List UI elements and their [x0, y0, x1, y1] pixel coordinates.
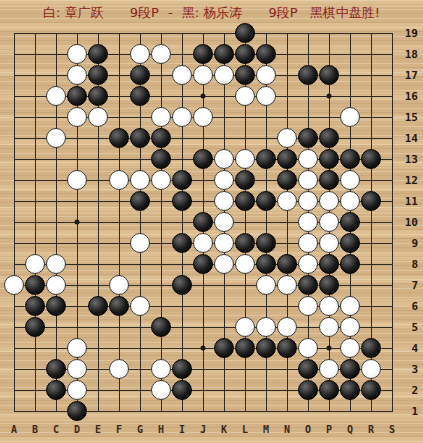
- row-label-18: 18: [394, 48, 418, 61]
- black-stone-R4: [361, 338, 381, 358]
- row-label-16: 16: [394, 90, 418, 103]
- black-stone-H13: [151, 149, 171, 169]
- row-label-15: 15: [394, 111, 418, 124]
- black-stone-G11: [130, 191, 150, 211]
- white-stone-H3: [151, 359, 171, 379]
- white-stone-P10: [319, 212, 339, 232]
- row-label-12: 12: [394, 174, 418, 187]
- star-point-P16: [327, 94, 332, 99]
- black-stone-O2: [298, 380, 318, 400]
- white-stone-Q15: [340, 107, 360, 127]
- white-stone-O12: [298, 170, 318, 190]
- black-stone-K18: [214, 44, 234, 64]
- black-stone-I2: [172, 380, 192, 400]
- white-stone-O9: [298, 233, 318, 253]
- white-stone-D17: [67, 65, 87, 85]
- white-stone-Q5: [340, 317, 360, 337]
- white-stone-Q12: [340, 170, 360, 190]
- row-label-3: 3: [394, 363, 418, 376]
- column-label-J: J: [200, 424, 206, 435]
- black-stone-L11: [235, 191, 255, 211]
- black-stone-I7: [172, 275, 192, 295]
- game-info-header: 白: 章广跃 9段P - 黑: 杨乐涛 9段P 黑棋中盘胜!: [0, 5, 423, 21]
- black-stone-M13: [256, 149, 276, 169]
- white-stone-P9: [319, 233, 339, 253]
- black-stone-E18: [88, 44, 108, 64]
- white-stone-O10: [298, 212, 318, 232]
- white-stone-C16: [46, 86, 66, 106]
- column-label-R: R: [368, 424, 374, 435]
- column-label-E: E: [95, 424, 101, 435]
- column-label-P: P: [326, 424, 332, 435]
- white-stone-M7: [256, 275, 276, 295]
- white-stone-F7: [109, 275, 129, 295]
- black-stone-L9: [235, 233, 255, 253]
- white-stone-I17: [172, 65, 192, 85]
- black-stone-M11: [256, 191, 276, 211]
- black-stone-I3: [172, 359, 192, 379]
- white-stone-O4: [298, 338, 318, 358]
- column-label-F: F: [116, 424, 122, 435]
- black-stone-R13: [361, 149, 381, 169]
- white-stone-K11: [214, 191, 234, 211]
- white-stone-P11: [319, 191, 339, 211]
- black-stone-O3: [298, 359, 318, 379]
- black-stone-O7: [298, 275, 318, 295]
- white-stone-C8: [46, 254, 66, 274]
- black-stone-E17: [88, 65, 108, 85]
- column-label-M: M: [263, 424, 269, 435]
- white-stone-C7: [46, 275, 66, 295]
- white-stone-Q11: [340, 191, 360, 211]
- row-label-6: 6: [394, 300, 418, 313]
- black-stone-Q10: [340, 212, 360, 232]
- black-stone-I11: [172, 191, 192, 211]
- white-stone-G18: [130, 44, 150, 64]
- row-label-1: 1: [394, 405, 418, 418]
- star-point-J16: [201, 94, 206, 99]
- white-stone-K17: [214, 65, 234, 85]
- column-label-H: H: [158, 424, 164, 435]
- column-label-S: S: [389, 424, 395, 435]
- column-label-C: C: [53, 424, 59, 435]
- row-label-5: 5: [394, 321, 418, 334]
- white-stone-N14: [277, 128, 297, 148]
- black-stone-J10: [193, 212, 213, 232]
- column-label-I: I: [179, 424, 185, 435]
- row-label-13: 13: [394, 153, 418, 166]
- black-stone-L4: [235, 338, 255, 358]
- black-stone-P12: [319, 170, 339, 190]
- black-stone-B5: [25, 317, 45, 337]
- players-separator: -: [168, 5, 173, 21]
- black-stone-O14: [298, 128, 318, 148]
- white-stone-P5: [319, 317, 339, 337]
- white-stone-D15: [67, 107, 87, 127]
- white-stone-H2: [151, 380, 171, 400]
- star-point-P4: [327, 346, 332, 351]
- black-stone-H14: [151, 128, 171, 148]
- white-stone-F12: [109, 170, 129, 190]
- black-stone-Q8: [340, 254, 360, 274]
- black-stone-H5: [151, 317, 171, 337]
- white-stone-J17: [193, 65, 213, 85]
- white-stone-K10: [214, 212, 234, 232]
- black-stone-P2: [319, 380, 339, 400]
- black-stone-R2: [361, 380, 381, 400]
- black-stone-F6: [109, 296, 129, 316]
- row-label-10: 10: [394, 216, 418, 229]
- row-label-4: 4: [394, 342, 418, 355]
- white-player-label: 白: 章广跃: [43, 5, 104, 21]
- black-stone-M4: [256, 338, 276, 358]
- white-stone-D18: [67, 44, 87, 64]
- black-stone-J13: [193, 149, 213, 169]
- black-stone-L18: [235, 44, 255, 64]
- white-stone-G12: [130, 170, 150, 190]
- white-stone-M17: [256, 65, 276, 85]
- black-stone-F14: [109, 128, 129, 148]
- column-label-B: B: [32, 424, 38, 435]
- white-player-rank: 9段P: [130, 5, 159, 21]
- white-stone-H12: [151, 170, 171, 190]
- row-label-2: 2: [394, 384, 418, 397]
- black-stone-M18: [256, 44, 276, 64]
- white-stone-I15: [172, 107, 192, 127]
- black-stone-G14: [130, 128, 150, 148]
- white-stone-N5: [277, 317, 297, 337]
- white-stone-H18: [151, 44, 171, 64]
- black-stone-J18: [193, 44, 213, 64]
- white-stone-B8: [25, 254, 45, 274]
- white-stone-D2: [67, 380, 87, 400]
- white-stone-C14: [46, 128, 66, 148]
- black-stone-P13: [319, 149, 339, 169]
- row-label-7: 7: [394, 279, 418, 292]
- white-stone-E15: [88, 107, 108, 127]
- black-stone-O17: [298, 65, 318, 85]
- white-stone-A7: [4, 275, 24, 295]
- white-stone-O11: [298, 191, 318, 211]
- row-label-19: 19: [394, 27, 418, 40]
- white-stone-D3: [67, 359, 87, 379]
- white-stone-N7: [277, 275, 297, 295]
- black-stone-M9: [256, 233, 276, 253]
- white-stone-P3: [319, 359, 339, 379]
- black-stone-Q13: [340, 149, 360, 169]
- game-result-text: 黑棋中盘胜!: [310, 5, 380, 21]
- go-board-viewer: 白: 章广跃 9段P - 黑: 杨乐涛 9段P 黑棋中盘胜! ABCDEFGHI…: [0, 0, 423, 443]
- white-stone-L16: [235, 86, 255, 106]
- black-stone-G16: [130, 86, 150, 106]
- black-stone-B7: [25, 275, 45, 295]
- white-stone-K12: [214, 170, 234, 190]
- white-stone-O8: [298, 254, 318, 274]
- black-stone-N8: [277, 254, 297, 274]
- black-stone-L12: [235, 170, 255, 190]
- black-stone-I12: [172, 170, 192, 190]
- black-stone-D1: [67, 401, 87, 421]
- black-stone-E16: [88, 86, 108, 106]
- black-stone-K4: [214, 338, 234, 358]
- black-stone-P14: [319, 128, 339, 148]
- white-stone-P6: [319, 296, 339, 316]
- black-stone-N4: [277, 338, 297, 358]
- white-stone-J15: [193, 107, 213, 127]
- white-stone-D4: [67, 338, 87, 358]
- white-stone-G6: [130, 296, 150, 316]
- row-label-8: 8: [394, 258, 418, 271]
- black-stone-J8: [193, 254, 213, 274]
- black-stone-Q9: [340, 233, 360, 253]
- black-stone-R11: [361, 191, 381, 211]
- black-player-label: 黑: 杨乐涛: [182, 5, 243, 21]
- white-stone-H15: [151, 107, 171, 127]
- row-label-14: 14: [394, 132, 418, 145]
- white-stone-L5: [235, 317, 255, 337]
- black-stone-P17: [319, 65, 339, 85]
- black-stone-P7: [319, 275, 339, 295]
- white-stone-M5: [256, 317, 276, 337]
- column-label-K: K: [221, 424, 227, 435]
- black-stone-D16: [67, 86, 87, 106]
- white-stone-D12: [67, 170, 87, 190]
- white-stone-J9: [193, 233, 213, 253]
- black-stone-L19: [235, 23, 255, 43]
- white-stone-N11: [277, 191, 297, 211]
- star-point-D10: [75, 220, 80, 225]
- black-stone-Q2: [340, 380, 360, 400]
- black-stone-C2: [46, 380, 66, 400]
- column-label-Q: Q: [347, 424, 353, 435]
- white-stone-R3: [361, 359, 381, 379]
- black-stone-I9: [172, 233, 192, 253]
- column-label-N: N: [284, 424, 290, 435]
- white-stone-L13: [235, 149, 255, 169]
- white-stone-K9: [214, 233, 234, 253]
- black-stone-P8: [319, 254, 339, 274]
- black-stone-N12: [277, 170, 297, 190]
- white-stone-M16: [256, 86, 276, 106]
- white-stone-K8: [214, 254, 234, 274]
- white-stone-Q6: [340, 296, 360, 316]
- black-stone-E6: [88, 296, 108, 316]
- column-label-L: L: [242, 424, 248, 435]
- column-label-G: G: [137, 424, 143, 435]
- black-stone-M8: [256, 254, 276, 274]
- column-label-O: O: [305, 424, 311, 435]
- black-player-rank: 9段P: [268, 5, 297, 21]
- white-stone-G9: [130, 233, 150, 253]
- black-stone-B6: [25, 296, 45, 316]
- column-label-A: A: [11, 424, 17, 435]
- white-stone-Q4: [340, 338, 360, 358]
- black-stone-C3: [46, 359, 66, 379]
- white-stone-K13: [214, 149, 234, 169]
- black-stone-C6: [46, 296, 66, 316]
- black-stone-N13: [277, 149, 297, 169]
- row-label-11: 11: [394, 195, 418, 208]
- column-label-D: D: [74, 424, 80, 435]
- white-stone-F3: [109, 359, 129, 379]
- row-label-17: 17: [394, 69, 418, 82]
- white-stone-O6: [298, 296, 318, 316]
- white-stone-O13: [298, 149, 318, 169]
- black-stone-L17: [235, 65, 255, 85]
- black-stone-G17: [130, 65, 150, 85]
- row-label-9: 9: [394, 237, 418, 250]
- star-point-J4: [201, 346, 206, 351]
- white-stone-L8: [235, 254, 255, 274]
- black-stone-Q3: [340, 359, 360, 379]
